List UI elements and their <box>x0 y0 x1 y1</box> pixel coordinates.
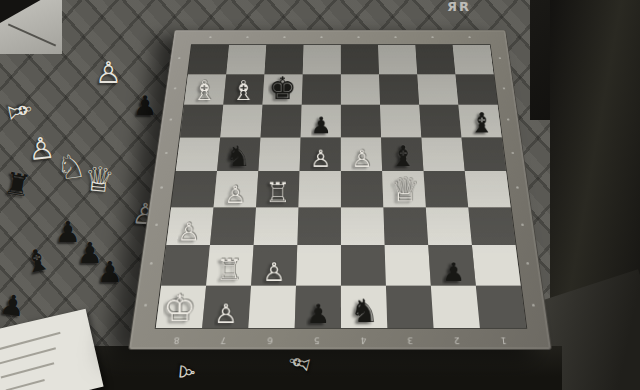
square-e2[interactable] <box>421 137 464 171</box>
square-b4[interactable] <box>341 245 386 285</box>
square-d8[interactable] <box>171 171 217 207</box>
square-g7[interactable]: ♗ <box>223 74 264 105</box>
left-edge-coordinate-dot <box>144 303 147 306</box>
square-h1[interactable] <box>453 45 494 74</box>
square-g8[interactable]: ♗ <box>184 74 226 105</box>
rank-label-6: 6 <box>246 336 293 346</box>
square-b7[interactable]: ♖ <box>206 245 253 285</box>
black-bishop-f1[interactable]: ♝ <box>469 108 494 136</box>
carpet-logo-text: ЯR <box>447 0 471 14</box>
left-edge-coordinate-dot <box>155 223 158 225</box>
captured-black-rook: ♜ <box>2 168 34 202</box>
fallen-white-pawn: ♙ <box>176 362 197 382</box>
square-h7[interactable] <box>226 45 266 74</box>
black-pawn-b2[interactable]: ♟ <box>442 259 465 285</box>
whiteboard-corner <box>0 0 62 54</box>
scoresheet-scribble-line <box>1 362 55 378</box>
right-edge-coordinate-dot <box>503 87 506 89</box>
square-g5[interactable] <box>302 74 341 105</box>
captured-black-bishop: ♝ <box>21 244 54 279</box>
square-f5[interactable]: ♟ <box>301 105 341 137</box>
square-b5[interactable] <box>296 245 341 285</box>
right-edge-coordinate-dot <box>526 262 529 265</box>
square-d7[interactable]: ♙ <box>214 171 259 207</box>
scoresheet-scribble-line <box>0 347 56 365</box>
captured-white-knight: ♘ <box>54 148 88 185</box>
square-c5[interactable] <box>297 207 341 245</box>
square-b2[interactable]: ♟ <box>428 245 476 285</box>
white-pawn-d7[interactable]: ♙ <box>224 182 246 206</box>
square-h8[interactable] <box>188 45 229 74</box>
square-f1[interactable]: ♝ <box>458 105 501 137</box>
square-h3[interactable] <box>378 45 417 74</box>
square-g4[interactable] <box>341 74 380 105</box>
square-a2[interactable] <box>431 285 480 328</box>
square-g1[interactable] <box>455 74 497 105</box>
table-shadow-band <box>92 346 562 390</box>
white-rook-b7[interactable]: ♖ <box>215 255 242 284</box>
board-grid: ♗♗♚♟♝♞♙♙♝♙♖♕♙♖♙♟♔♙♟♞ <box>155 44 528 329</box>
captured-white-bishop-lying: ♗ <box>2 95 37 128</box>
square-g6[interactable]: ♚ <box>262 74 302 105</box>
square-a5[interactable]: ♟ <box>295 285 341 328</box>
square-e4[interactable]: ♙ <box>341 137 382 171</box>
rank-label-1: 1 <box>480 336 528 346</box>
right-edge-coordinate-dot <box>507 118 510 120</box>
right-edge-coordinate-dot <box>521 223 524 225</box>
square-a8[interactable]: ♔ <box>156 285 206 328</box>
captured-white-queen: ♕ <box>83 161 116 198</box>
white-bishop-g7[interactable]: ♗ <box>231 77 256 104</box>
square-f8[interactable] <box>180 105 223 137</box>
square-g2[interactable] <box>417 74 458 105</box>
square-a7[interactable]: ♙ <box>202 285 251 328</box>
square-b6[interactable]: ♙ <box>251 245 297 285</box>
white-king-a8[interactable]: ♔ <box>162 290 196 327</box>
square-a3[interactable] <box>386 285 434 328</box>
white-pawn-b6[interactable]: ♙ <box>262 259 285 285</box>
square-f2[interactable] <box>419 105 461 137</box>
square-f7[interactable] <box>220 105 262 137</box>
captured-black-pawn: ♟ <box>0 290 27 321</box>
square-f6[interactable] <box>260 105 301 137</box>
square-b3[interactable] <box>385 245 431 285</box>
square-d1[interactable] <box>465 171 511 207</box>
square-h5[interactable] <box>303 45 341 74</box>
square-c2[interactable] <box>426 207 472 245</box>
square-c1[interactable] <box>468 207 515 245</box>
square-c6[interactable] <box>254 207 299 245</box>
white-pawn-c8[interactable]: ♙ <box>177 219 200 244</box>
rank-label-5: 5 <box>293 336 340 346</box>
square-e5[interactable]: ♙ <box>300 137 341 171</box>
white-pawn-e4[interactable]: ♙ <box>351 147 372 170</box>
top-edge-coordinate-dot <box>320 36 322 38</box>
square-d3[interactable]: ♕ <box>382 171 426 207</box>
top-edge-coordinate-dot <box>431 36 434 38</box>
top-edge-coordinate-dot <box>357 36 359 38</box>
rank-label-8: 8 <box>153 336 201 346</box>
white-pawn-e5[interactable]: ♙ <box>310 147 331 170</box>
right-edge-coordinate-dot <box>532 303 535 306</box>
captured-white-pawn: ♙ <box>95 58 122 88</box>
black-pawn-f5[interactable]: ♟ <box>310 114 331 137</box>
square-d5[interactable] <box>298 171 340 207</box>
black-bishop-e3[interactable]: ♝ <box>390 142 416 171</box>
captured-black-pawn: ♟ <box>133 92 157 119</box>
corner-line <box>8 24 56 47</box>
rank-label-2: 2 <box>433 336 480 346</box>
white-bishop-g8[interactable]: ♗ <box>191 77 216 104</box>
rank-label-4: 4 <box>340 336 387 346</box>
rank-label-3: 3 <box>387 336 434 346</box>
square-c7[interactable] <box>210 207 256 245</box>
top-edge-coordinate-dot <box>394 36 396 38</box>
right-edge-coordinate-dot <box>499 57 502 59</box>
black-knight-e7[interactable]: ♞ <box>225 142 251 171</box>
square-e6[interactable] <box>258 137 300 171</box>
square-h4[interactable] <box>341 45 379 74</box>
chess-board: ♗♗♚♟♝♞♙♙♝♙♖♕♙♖♙♟♔♙♟♞ 87654321 <box>128 30 552 350</box>
square-f3[interactable] <box>380 105 421 137</box>
scoresheet-scribble-line <box>6 379 45 390</box>
top-edge-coordinate-dot <box>468 36 471 38</box>
black-knight-a4[interactable]: ♞ <box>350 295 379 327</box>
square-c3[interactable] <box>383 207 428 245</box>
square-d4[interactable] <box>341 171 383 207</box>
tournament-photo-scene: { "game": "chess", "scene": { "descripti… <box>0 0 640 390</box>
square-e3[interactable]: ♝ <box>381 137 423 171</box>
square-a4[interactable]: ♞ <box>341 285 387 328</box>
square-c4[interactable] <box>341 207 385 245</box>
square-a6[interactable] <box>248 285 296 328</box>
right-edge-coordinate-dot <box>516 186 519 188</box>
black-pawn-a5[interactable]: ♟ <box>306 300 330 327</box>
square-b8[interactable] <box>161 245 210 285</box>
square-d2[interactable] <box>423 171 468 207</box>
square-g3[interactable] <box>379 74 419 105</box>
white-queen-d3[interactable]: ♕ <box>389 173 419 206</box>
captured-black-pawn: ♟ <box>97 258 123 287</box>
square-f4[interactable] <box>341 105 381 137</box>
black-king-g6[interactable]: ♚ <box>268 73 296 104</box>
square-c8[interactable]: ♙ <box>166 207 213 245</box>
square-h2[interactable] <box>415 45 455 74</box>
square-a1[interactable] <box>476 285 526 328</box>
square-b1[interactable] <box>472 245 521 285</box>
left-edge-coordinate-dot <box>174 87 177 89</box>
square-e7[interactable]: ♞ <box>217 137 260 171</box>
white-pawn-a7[interactable]: ♙ <box>213 300 237 327</box>
white-rook-d6[interactable]: ♖ <box>265 179 290 207</box>
square-d6[interactable]: ♖ <box>256 171 300 207</box>
square-e1[interactable] <box>461 137 506 171</box>
rank-label-7: 7 <box>199 336 246 346</box>
right-edge-coordinate-dot <box>511 151 514 153</box>
left-edge-coordinate-dot <box>165 151 168 153</box>
captured-white-pawn: ♙ <box>27 133 57 166</box>
square-e8[interactable] <box>176 137 221 171</box>
